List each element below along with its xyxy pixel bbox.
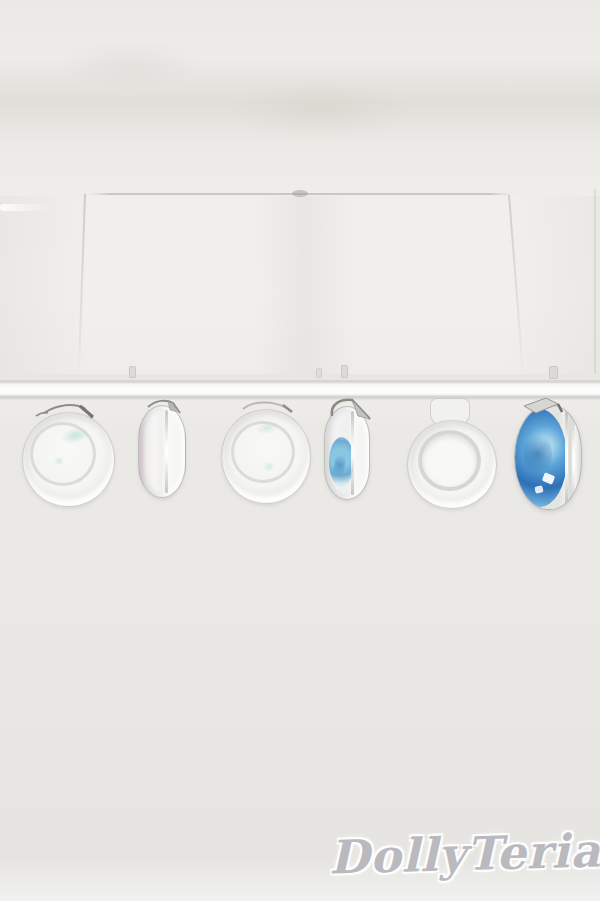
- eye-chip-6-angled-blue: [514, 405, 582, 510]
- clip-tab: [129, 366, 136, 378]
- watermark: DollyTeria: [329, 808, 600, 899]
- acrylic-shelf: [0, 374, 600, 402]
- clip-tab: [549, 366, 558, 379]
- chip-edge-highlight: [565, 410, 568, 506]
- clip-tab: [341, 365, 348, 378]
- eye-chip-3-front-clear: [221, 409, 311, 504]
- acrylic-box-outer-edge: [594, 189, 596, 385]
- highlight-streak: [0, 204, 48, 211]
- chip-seam: [351, 411, 354, 496]
- box-center-shade: [255, 196, 355, 378]
- chip-edge-highlight: [572, 412, 575, 505]
- iris-ring: [418, 430, 481, 491]
- eye-chip-4-side-blue: [324, 406, 370, 500]
- eye-chip-1-front-clear: [22, 412, 115, 507]
- aqua-dot: [262, 462, 276, 471]
- backdrop-smudge: [225, 78, 415, 140]
- eye-chip-2-side-pink: [138, 405, 186, 498]
- product-photo: DollyTeria: [0, 0, 600, 901]
- clip-tab: [316, 368, 322, 378]
- acrylic-box-edge-mark: [292, 190, 308, 197]
- chip-seam: [165, 410, 168, 494]
- eye-chip-5-front-whitering: [407, 420, 497, 509]
- backdrop-smudge: [55, 38, 205, 92]
- blue-iris-shadow: [524, 432, 552, 476]
- aqua-dot: [53, 457, 65, 465]
